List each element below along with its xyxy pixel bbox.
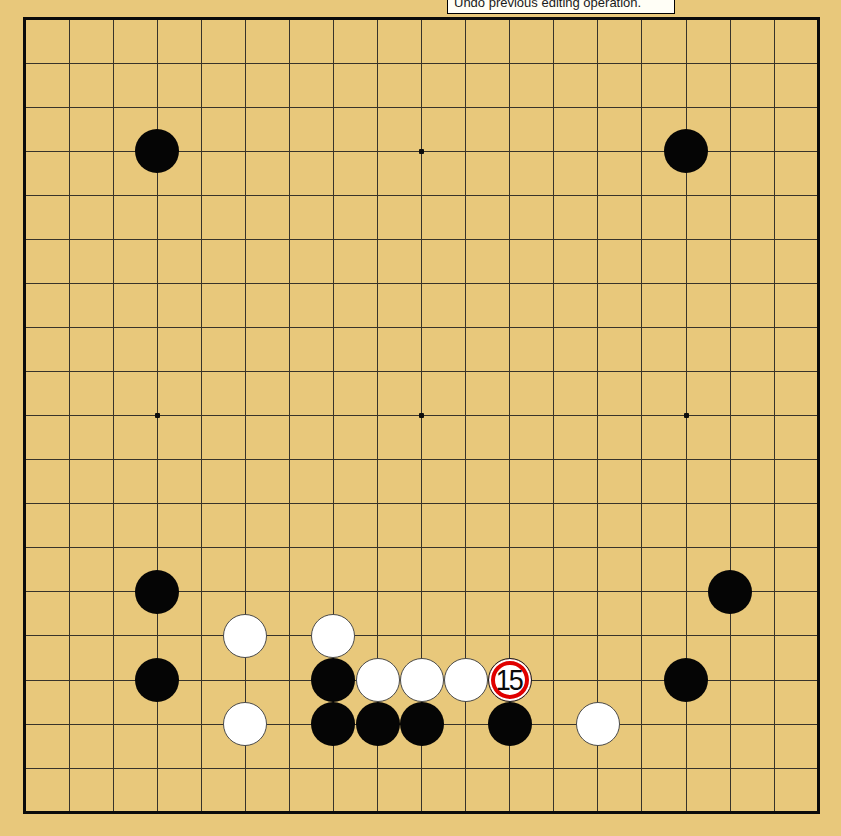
tooltip: Undo previous editing operation. (447, 0, 675, 14)
stone-black-D4[interactable] (135, 658, 179, 702)
stone-white-O3[interactable] (576, 702, 620, 746)
stone-black-K3[interactable] (400, 702, 444, 746)
stone-black-R6[interactable] (708, 570, 752, 614)
move-number-label: 15 (496, 665, 524, 694)
stone-white-L4[interactable] (444, 658, 488, 702)
stone-white-F5[interactable] (223, 614, 267, 658)
stone-black-J3[interactable] (356, 702, 400, 746)
stone-black-Q16[interactable] (664, 129, 708, 173)
app-window: Undo previous editing operation. 15 (0, 0, 841, 836)
star-point (684, 413, 689, 418)
stone-white-M4[interactable]: 15 (488, 658, 532, 702)
stone-black-Q4[interactable] (664, 658, 708, 702)
go-board[interactable]: 15 (0, 0, 841, 836)
stone-black-M3[interactable] (488, 702, 532, 746)
tooltip-text: Undo previous editing operation. (454, 0, 641, 10)
stone-white-J4[interactable] (356, 658, 400, 702)
stone-white-K4[interactable] (400, 658, 444, 702)
star-point (419, 413, 424, 418)
star-point (155, 413, 160, 418)
stone-black-D6[interactable] (135, 570, 179, 614)
star-point (419, 149, 424, 154)
